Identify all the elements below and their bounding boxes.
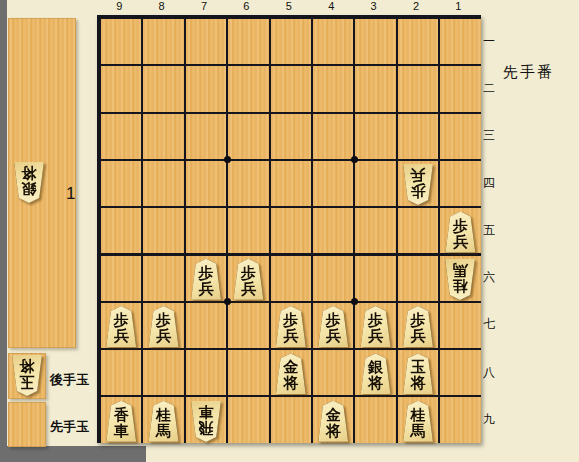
shogi-piece-sente[interactable]: 歩兵: [274, 306, 308, 347]
shogi-piece-gote[interactable]: 銀将: [12, 162, 46, 203]
file-coordinate-label: 5: [279, 0, 299, 12]
board-cell[interactable]: [228, 303, 268, 348]
piece-kanji: 歩兵: [359, 306, 393, 347]
shogi-board: 歩兵歩兵歩兵歩兵桂馬歩兵歩兵歩兵歩兵歩兵歩兵金将銀将玉将香車桂馬飛車金将桂馬: [97, 15, 481, 443]
file-coordinate-label: 7: [194, 0, 214, 12]
board-cell[interactable]: [313, 161, 353, 206]
board-cell[interactable]: [440, 161, 480, 206]
piece-kanji: 金将: [316, 401, 350, 442]
rank-coordinate-label: 六: [481, 269, 497, 286]
rank-coordinate-label: 一: [481, 33, 497, 50]
board-cell[interactable]: [440, 66, 480, 111]
board-cell[interactable]: [398, 208, 438, 253]
rank-coordinate-label: 四: [481, 175, 497, 192]
board-cell[interactable]: [271, 208, 311, 253]
board-cell[interactable]: [355, 256, 395, 301]
shogi-piece-sente[interactable]: 桂馬: [401, 401, 435, 442]
piece-kanji: 歩兵: [274, 306, 308, 347]
file-coordinate-label: 4: [321, 0, 341, 12]
shogi-piece-sente[interactable]: 歩兵: [316, 306, 350, 347]
board-cell[interactable]: [186, 66, 226, 111]
piece-kanji: 桂馬: [147, 401, 181, 442]
gote-hand-silver-count: 1: [66, 184, 75, 204]
board-cell[interactable]: [398, 114, 438, 159]
piece-kanji: 桂馬: [443, 259, 477, 300]
shogi-piece-gote[interactable]: 飛車: [189, 401, 223, 442]
shogi-piece-sente[interactable]: 歩兵: [231, 259, 265, 300]
board-cell[interactable]: [271, 161, 311, 206]
hoshi-dot: [224, 298, 231, 305]
shogi-piece-sente[interactable]: 歩兵: [104, 306, 138, 347]
shogi-piece-sente[interactable]: 金将: [274, 353, 308, 394]
board-cell[interactable]: [440, 19, 480, 64]
shogi-piece-sente[interactable]: 歩兵: [189, 259, 223, 300]
turn-indicator: 先手番: [503, 63, 554, 82]
shogi-piece-gote[interactable]: 玉将: [10, 355, 44, 396]
board-cell[interactable]: [101, 19, 141, 64]
gote-king-tray[interactable]: 玉将: [8, 353, 46, 399]
shogi-piece-sente[interactable]: 歩兵: [359, 306, 393, 347]
piece-kanji: 歩兵: [316, 306, 350, 347]
shogi-piece-sente[interactable]: 歩兵: [147, 306, 181, 347]
board-cell[interactable]: [355, 19, 395, 64]
board-cell[interactable]: [398, 66, 438, 111]
board-cell[interactable]: [440, 350, 480, 395]
board-cell[interactable]: [143, 256, 183, 301]
piece-kanji: 歩兵: [104, 306, 138, 347]
board-cell[interactable]: [101, 256, 141, 301]
board-cell[interactable]: [355, 114, 395, 159]
shogi-editor-screen: 1 銀将 玉将 後手玉 先手玉 歩兵歩兵歩兵歩兵桂馬歩兵歩兵歩兵歩兵歩兵歩兵金将…: [0, 0, 579, 462]
shogi-piece-sente[interactable]: 金将: [316, 401, 350, 442]
board-cell[interactable]: [355, 397, 395, 442]
board-cell[interactable]: [313, 350, 353, 395]
shogi-piece-sente[interactable]: 銀将: [359, 353, 393, 394]
board-cell[interactable]: [186, 350, 226, 395]
file-coordinate-label: 9: [109, 0, 129, 12]
piece-kanji: 玉将: [401, 353, 435, 394]
board-cell[interactable]: [271, 397, 311, 442]
board-cell[interactable]: [186, 161, 226, 206]
piece-kanji: 銀将: [359, 353, 393, 394]
board-cell[interactable]: [228, 208, 268, 253]
board-cell[interactable]: [143, 114, 183, 159]
board-cell[interactable]: [143, 161, 183, 206]
piece-kanji: 歩兵: [189, 259, 223, 300]
piece-kanji: 銀将: [12, 162, 46, 203]
file-coordinate-label: 2: [406, 0, 426, 12]
rank-coordinate-label: 七: [481, 316, 497, 333]
board-cell[interactable]: [143, 19, 183, 64]
board-cell[interactable]: [101, 208, 141, 253]
board-cell[interactable]: [228, 161, 268, 206]
board-cell[interactable]: [313, 114, 353, 159]
shogi-piece-sente[interactable]: 歩兵: [401, 306, 435, 347]
board-cell[interactable]: [355, 208, 395, 253]
piece-kanji: 玉将: [10, 355, 44, 396]
piece-kanji: 歩兵: [401, 164, 435, 205]
board-cell[interactable]: [101, 161, 141, 206]
board-cell[interactable]: [228, 397, 268, 442]
board-cell[interactable]: [228, 350, 268, 395]
board-cell[interactable]: [143, 350, 183, 395]
shogi-piece-sente[interactable]: 香車: [104, 401, 138, 442]
shogi-piece-sente[interactable]: 玉将: [401, 353, 435, 394]
board-cell[interactable]: [101, 350, 141, 395]
window-frame-edge: [0, 0, 7, 462]
piece-kanji: 歩兵: [401, 306, 435, 347]
board-cell[interactable]: [398, 256, 438, 301]
board-cell[interactable]: [440, 114, 480, 159]
piece-kanji: 香車: [104, 401, 138, 442]
board-cell[interactable]: [228, 114, 268, 159]
board-cell[interactable]: [313, 66, 353, 111]
sente-king-tray[interactable]: [8, 402, 46, 447]
board-cell[interactable]: [271, 66, 311, 111]
board-cell[interactable]: [398, 19, 438, 64]
window-frame-edge-bottom: [0, 446, 146, 462]
board-cell[interactable]: [271, 256, 311, 301]
shogi-piece-gote[interactable]: 歩兵: [401, 164, 435, 205]
file-coordinate-label: 3: [364, 0, 384, 12]
board-cell[interactable]: [186, 208, 226, 253]
file-coordinate-label: 6: [236, 0, 256, 12]
gote-hand-tray[interactable]: 1 銀将: [8, 18, 76, 348]
board-cell[interactable]: [186, 19, 226, 64]
board-cell[interactable]: [440, 397, 480, 442]
piece-kanji: 飛車: [189, 401, 223, 442]
board-cell[interactable]: [186, 303, 226, 348]
board-cell[interactable]: [101, 66, 141, 111]
shogi-piece-sente[interactable]: 桂馬: [147, 401, 181, 442]
rank-coordinate-label: 二: [481, 80, 497, 97]
board-cell[interactable]: [313, 208, 353, 253]
board-cell[interactable]: [143, 66, 183, 111]
shogi-piece-sente[interactable]: 歩兵: [443, 212, 477, 253]
board-cell[interactable]: [101, 114, 141, 159]
board-cell[interactable]: [440, 303, 480, 348]
shogi-piece-gote[interactable]: 桂馬: [443, 259, 477, 300]
file-coordinate-label: 8: [152, 0, 172, 12]
rank-coordinate-label: 五: [481, 222, 497, 239]
rank-coordinate-label: 九: [481, 411, 497, 428]
piece-kanji: 歩兵: [147, 306, 181, 347]
piece-kanji: 桂馬: [401, 401, 435, 442]
board-cell[interactable]: [271, 19, 311, 64]
board-cell[interactable]: [228, 66, 268, 111]
rank-coordinate-label: 三: [481, 127, 497, 144]
piece-kanji: 歩兵: [231, 259, 265, 300]
board-cell[interactable]: [355, 161, 395, 206]
board-cell[interactable]: [313, 19, 353, 64]
board-cell[interactable]: [143, 208, 183, 253]
piece-kanji: 金将: [274, 353, 308, 394]
board-cell[interactable]: [271, 114, 311, 159]
file-coordinate-label: 1: [448, 0, 468, 12]
board-cell[interactable]: [228, 19, 268, 64]
rank-coordinate-label: 八: [481, 364, 497, 381]
piece-kanji: 歩兵: [443, 212, 477, 253]
board-cell[interactable]: [186, 114, 226, 159]
board-cell[interactable]: [355, 66, 395, 111]
board-cell[interactable]: [313, 256, 353, 301]
